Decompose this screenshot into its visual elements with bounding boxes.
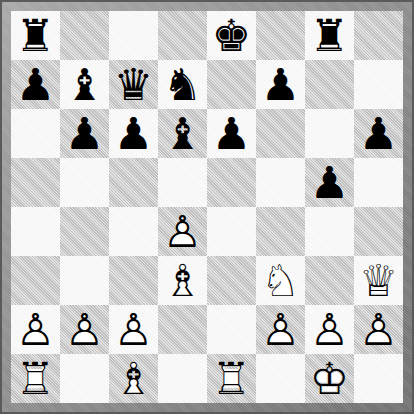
square-a5[interactable] xyxy=(11,158,60,207)
chess-board: ♜♚♜♟♝♛♞♟♟♟♝♟♟♟♟♙♝♗♞♘♛♕♟♙♟♙♟♙♟♙♟♙♟♙♜♖♝♗♜♖… xyxy=(11,11,403,403)
piece-glyph: ♝ xyxy=(158,109,207,158)
square-e1[interactable]: ♜♖ xyxy=(207,354,256,403)
square-e4[interactable] xyxy=(207,207,256,256)
square-c3[interactable] xyxy=(109,256,158,305)
piece-glyph: ♟ xyxy=(305,158,354,207)
square-d7[interactable]: ♞ xyxy=(158,60,207,109)
square-c1[interactable]: ♝♗ xyxy=(109,354,158,403)
piece-glyph: ♟ xyxy=(354,109,403,158)
square-g8[interactable]: ♜ xyxy=(305,11,354,60)
square-f1[interactable] xyxy=(256,354,305,403)
square-a2[interactable]: ♟♙ xyxy=(11,305,60,354)
square-e5[interactable] xyxy=(207,158,256,207)
square-d8[interactable] xyxy=(158,11,207,60)
piece-white-pawn[interactable]: ♟♙ xyxy=(11,305,60,354)
square-b8[interactable] xyxy=(60,11,109,60)
square-e6[interactable]: ♟ xyxy=(207,109,256,158)
square-h2[interactable]: ♟♙ xyxy=(354,305,403,354)
square-f8[interactable] xyxy=(256,11,305,60)
square-c4[interactable] xyxy=(109,207,158,256)
piece-outline-glyph: ♘ xyxy=(256,256,305,305)
square-c6[interactable]: ♟ xyxy=(109,109,158,158)
piece-white-bishop[interactable]: ♝♗ xyxy=(158,256,207,305)
piece-glyph: ♟ xyxy=(60,109,109,158)
square-a3[interactable] xyxy=(11,256,60,305)
piece-glyph: ♞ xyxy=(158,60,207,109)
square-b4[interactable] xyxy=(60,207,109,256)
piece-white-pawn[interactable]: ♟♙ xyxy=(109,305,158,354)
piece-black-bishop[interactable]: ♝ xyxy=(60,60,109,109)
piece-black-rook[interactable]: ♜ xyxy=(305,11,354,60)
piece-black-pawn[interactable]: ♟ xyxy=(207,109,256,158)
piece-outline-glyph: ♙ xyxy=(109,305,158,354)
piece-outline-glyph: ♖ xyxy=(207,354,256,403)
square-g4[interactable] xyxy=(305,207,354,256)
piece-outline-glyph: ♔ xyxy=(305,354,354,403)
piece-glyph: ♜ xyxy=(305,11,354,60)
square-h1[interactable] xyxy=(354,354,403,403)
piece-outline-glyph: ♕ xyxy=(354,256,403,305)
piece-glyph: ♚ xyxy=(207,11,256,60)
square-d2[interactable] xyxy=(158,305,207,354)
piece-black-bishop[interactable]: ♝ xyxy=(158,109,207,158)
piece-white-bishop[interactable]: ♝♗ xyxy=(109,354,158,403)
square-g7[interactable] xyxy=(305,60,354,109)
square-c7[interactable]: ♛ xyxy=(109,60,158,109)
piece-white-pawn[interactable]: ♟♙ xyxy=(256,305,305,354)
square-c2[interactable]: ♟♙ xyxy=(109,305,158,354)
piece-glyph: ♟ xyxy=(11,60,60,109)
piece-outline-glyph: ♙ xyxy=(60,305,109,354)
piece-white-pawn[interactable]: ♟♙ xyxy=(305,305,354,354)
piece-white-queen[interactable]: ♛♕ xyxy=(354,256,403,305)
piece-outline-glyph: ♙ xyxy=(354,305,403,354)
square-h5[interactable] xyxy=(354,158,403,207)
square-b2[interactable]: ♟♙ xyxy=(60,305,109,354)
square-a6[interactable] xyxy=(11,109,60,158)
piece-white-rook[interactable]: ♜♖ xyxy=(207,354,256,403)
piece-glyph: ♟ xyxy=(256,60,305,109)
piece-glyph: ♝ xyxy=(60,60,109,109)
square-g1[interactable]: ♚♔ xyxy=(305,354,354,403)
piece-outline-glyph: ♙ xyxy=(305,305,354,354)
piece-black-pawn[interactable]: ♟ xyxy=(354,109,403,158)
piece-glyph: ♟ xyxy=(207,109,256,158)
square-g5[interactable]: ♟ xyxy=(305,158,354,207)
piece-black-king[interactable]: ♚ xyxy=(207,11,256,60)
square-c5[interactable] xyxy=(109,158,158,207)
square-a1[interactable]: ♜♖ xyxy=(11,354,60,403)
piece-white-knight[interactable]: ♞♘ xyxy=(256,256,305,305)
square-a8[interactable]: ♜ xyxy=(11,11,60,60)
square-d1[interactable] xyxy=(158,354,207,403)
piece-glyph: ♜ xyxy=(11,11,60,60)
square-f7[interactable]: ♟ xyxy=(256,60,305,109)
piece-outline-glyph: ♙ xyxy=(11,305,60,354)
square-g6[interactable] xyxy=(305,109,354,158)
square-f4[interactable] xyxy=(256,207,305,256)
square-b7[interactable]: ♝ xyxy=(60,60,109,109)
piece-outline-glyph: ♙ xyxy=(256,305,305,354)
square-d6[interactable]: ♝ xyxy=(158,109,207,158)
piece-black-rook[interactable]: ♜ xyxy=(11,11,60,60)
piece-black-pawn[interactable]: ♟ xyxy=(109,109,158,158)
square-b1[interactable] xyxy=(60,354,109,403)
square-e7[interactable] xyxy=(207,60,256,109)
square-b5[interactable] xyxy=(60,158,109,207)
square-c8[interactable] xyxy=(109,11,158,60)
square-d3[interactable]: ♝♗ xyxy=(158,256,207,305)
square-e8[interactable]: ♚ xyxy=(207,11,256,60)
chess-diagram: ♜♚♜♟♝♛♞♟♟♟♝♟♟♟♟♙♝♗♞♘♛♕♟♙♟♙♟♙♟♙♟♙♟♙♜♖♝♗♜♖… xyxy=(0,0,414,414)
piece-white-king[interactable]: ♚♔ xyxy=(305,354,354,403)
square-d5[interactable] xyxy=(158,158,207,207)
piece-outline-glyph: ♖ xyxy=(11,354,60,403)
square-d4[interactable]: ♟♙ xyxy=(158,207,207,256)
square-a4[interactable] xyxy=(11,207,60,256)
piece-white-pawn[interactable]: ♟♙ xyxy=(60,305,109,354)
square-f2[interactable]: ♟♙ xyxy=(256,305,305,354)
piece-glyph: ♛ xyxy=(109,60,158,109)
piece-black-pawn[interactable]: ♟ xyxy=(256,60,305,109)
square-f5[interactable] xyxy=(256,158,305,207)
square-e2[interactable] xyxy=(207,305,256,354)
piece-outline-glyph: ♙ xyxy=(158,207,207,256)
square-f6[interactable] xyxy=(256,109,305,158)
piece-white-pawn[interactable]: ♟♙ xyxy=(354,305,403,354)
square-b3[interactable] xyxy=(60,256,109,305)
square-h8[interactable] xyxy=(354,11,403,60)
piece-black-pawn[interactable]: ♟ xyxy=(305,158,354,207)
square-f3[interactable]: ♞♘ xyxy=(256,256,305,305)
square-a7[interactable]: ♟ xyxy=(11,60,60,109)
piece-black-queen[interactable]: ♛ xyxy=(109,60,158,109)
square-g2[interactable]: ♟♙ xyxy=(305,305,354,354)
square-e3[interactable] xyxy=(207,256,256,305)
piece-outline-glyph: ♗ xyxy=(158,256,207,305)
square-b6[interactable]: ♟ xyxy=(60,109,109,158)
square-h4[interactable] xyxy=(354,207,403,256)
piece-black-knight[interactable]: ♞ xyxy=(158,60,207,109)
piece-white-rook[interactable]: ♜♖ xyxy=(11,354,60,403)
square-g3[interactable] xyxy=(305,256,354,305)
piece-white-pawn[interactable]: ♟♙ xyxy=(158,207,207,256)
square-h3[interactable]: ♛♕ xyxy=(354,256,403,305)
piece-black-pawn[interactable]: ♟ xyxy=(11,60,60,109)
piece-black-pawn[interactable]: ♟ xyxy=(60,109,109,158)
square-h7[interactable] xyxy=(354,60,403,109)
piece-glyph: ♟ xyxy=(109,109,158,158)
piece-outline-glyph: ♗ xyxy=(109,354,158,403)
square-h6[interactable]: ♟ xyxy=(354,109,403,158)
